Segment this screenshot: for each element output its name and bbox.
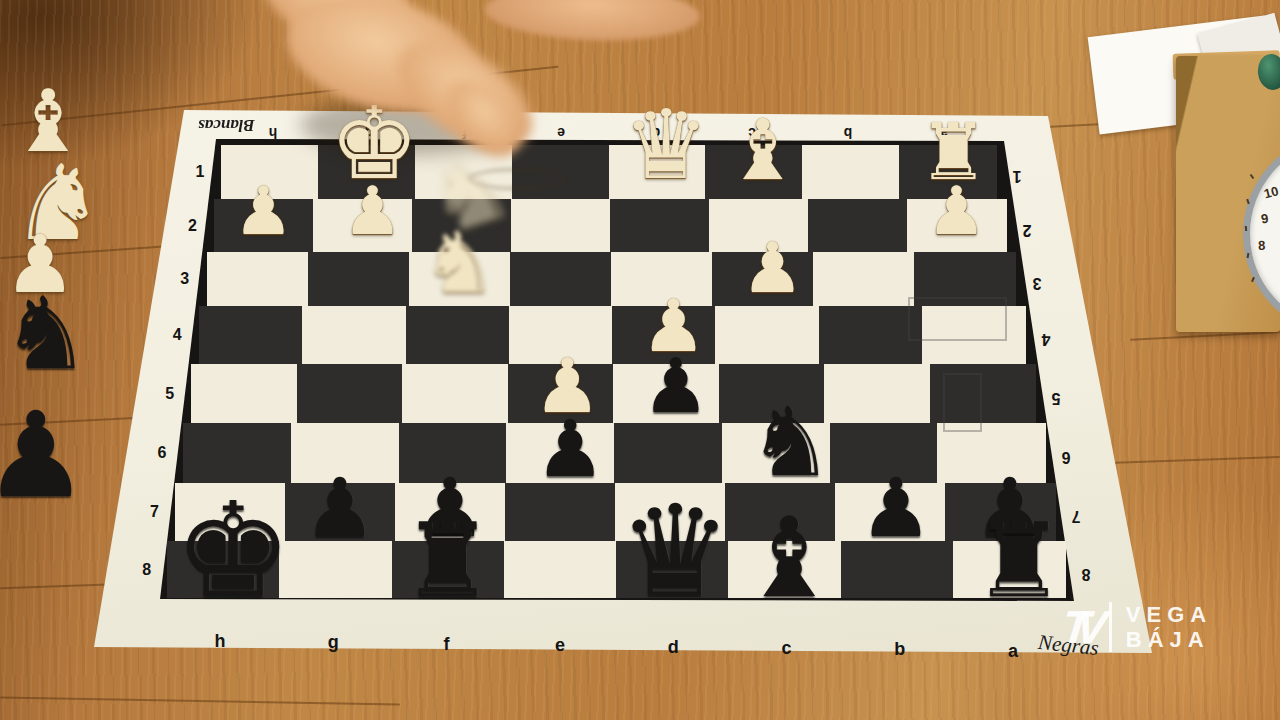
square-g7 (285, 483, 396, 541)
square-b6 (830, 423, 938, 483)
square-h1 (221, 145, 318, 199)
square-f3 (409, 252, 511, 306)
square-a1 (899, 145, 996, 199)
file-label-bottom-c: c (781, 638, 791, 659)
rank-label-left-8: 8 (142, 561, 151, 579)
square-e3 (510, 252, 612, 306)
file-label-top-c: c (748, 125, 756, 141)
file-label-bottom-a: a (1008, 640, 1018, 661)
square-e8 (504, 541, 617, 598)
square-h3 (207, 252, 309, 306)
file-label-bottom-e: e (555, 635, 565, 656)
rank-label-right-6: 6 (1062, 448, 1071, 466)
rank-label-left-7: 7 (150, 503, 159, 521)
square-e5 (508, 364, 614, 423)
file-label-top-a: a (940, 125, 948, 141)
square-d5 (613, 364, 719, 423)
square-b8 (841, 541, 954, 598)
square-b4 (819, 306, 923, 364)
rank-label-right-1: 1 (1013, 167, 1022, 185)
square-h7 (175, 483, 286, 541)
logo-line2: BÁJA (1126, 627, 1212, 652)
square-h6 (183, 423, 291, 483)
square-e6 (506, 423, 614, 483)
square-b2 (808, 199, 908, 252)
square-c1 (705, 145, 802, 199)
square-g8 (279, 541, 392, 598)
file-label-bottom-d: d (668, 636, 679, 657)
square-b1 (802, 145, 899, 199)
square-a7 (945, 483, 1056, 541)
square-d3 (611, 252, 713, 306)
motion-ghost-ring-f1 (468, 168, 566, 190)
logo-line1: VEGA (1126, 602, 1212, 627)
file-label-bottom-g: g (328, 632, 339, 653)
rank-label-left-1: 1 (196, 163, 205, 181)
square-c8 (728, 541, 841, 598)
rank-label-left-3: 3 (180, 270, 189, 288)
clock-numeral-8: 8 (1258, 238, 1266, 253)
square-b5 (824, 364, 930, 423)
square-g4 (302, 306, 406, 364)
square-h2 (214, 199, 314, 252)
file-label-top-e: e (557, 125, 565, 141)
rank-label-right-4: 4 (1042, 330, 1051, 348)
square-g6 (291, 423, 399, 483)
square-b7 (835, 483, 946, 541)
square-c7 (725, 483, 836, 541)
square-f8 (392, 541, 505, 598)
square-a6 (937, 423, 1045, 483)
square-f6 (399, 423, 507, 483)
square-c2 (709, 199, 809, 252)
square-c6 (722, 423, 830, 483)
square-d1 (609, 145, 706, 199)
rank-label-right-2: 2 (1022, 221, 1031, 239)
ghost-overlay-rect (943, 373, 982, 432)
square-g2 (313, 199, 413, 252)
square-c5 (719, 364, 825, 423)
square-d8 (616, 541, 729, 598)
rank-label-left-4: 4 (173, 326, 182, 344)
square-c3 (712, 252, 814, 306)
rank-label-right-3: 3 (1032, 274, 1041, 292)
clock-tick (1245, 226, 1247, 231)
channel-watermark: TV VEGA BÁJA (1062, 602, 1212, 653)
square-h4 (199, 306, 303, 364)
tv-logo-icon: TV (1060, 607, 1095, 648)
square-d6 (614, 423, 722, 483)
square-d2 (610, 199, 710, 252)
square-a8 (953, 541, 1066, 598)
file-label-bottom-h: h (215, 631, 226, 652)
file-label-top-d: d (652, 125, 661, 141)
rank-label-left-2: 2 (188, 217, 197, 235)
rank-label-left-6: 6 (158, 444, 167, 462)
square-g3 (308, 252, 410, 306)
square-d4 (612, 306, 716, 364)
ghost-overlay-rect (908, 297, 1007, 341)
square-a2 (907, 199, 1007, 252)
square-b3 (813, 252, 915, 306)
file-label-top-b: b (844, 125, 853, 141)
file-label-bottom-b: b (894, 639, 905, 660)
square-h8 (167, 541, 280, 598)
square-e2 (511, 199, 611, 252)
square-g5 (297, 364, 403, 423)
square-f2 (412, 199, 512, 252)
label-blancas: Blancas (198, 115, 255, 135)
rank-label-right-7: 7 (1071, 507, 1080, 525)
square-h5 (191, 364, 297, 423)
square-e4 (509, 306, 613, 364)
square-f4 (406, 306, 510, 364)
square-d7 (615, 483, 726, 541)
square-e7 (505, 483, 616, 541)
file-label-top-h: h (269, 125, 278, 141)
square-c4 (715, 306, 819, 364)
rank-label-left-5: 5 (165, 385, 174, 403)
rank-label-right-8: 8 (1081, 565, 1090, 583)
rank-label-right-5: 5 (1052, 389, 1061, 407)
square-f5 (402, 364, 508, 423)
file-label-bottom-f: f (444, 633, 450, 654)
logo-divider (1109, 602, 1112, 652)
square-f7 (395, 483, 506, 541)
